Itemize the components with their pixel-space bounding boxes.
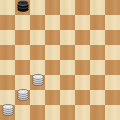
piece-black-man[interactable] xyxy=(17,0,29,12)
square-r5c4-dark[interactable] xyxy=(60,75,75,90)
square-r2c6-light[interactable] xyxy=(90,30,105,45)
square-r7c2-dark[interactable] xyxy=(30,105,45,120)
square-r6c2-light[interactable] xyxy=(30,90,45,105)
square-r5c3-light[interactable] xyxy=(45,75,60,90)
piece-white-man[interactable] xyxy=(17,88,29,101)
square-r6c4-light[interactable] xyxy=(60,90,75,105)
square-r1c5-light[interactable] xyxy=(75,15,90,30)
square-r3c3-light[interactable] xyxy=(45,45,60,60)
square-r3c1-light[interactable] xyxy=(15,45,30,60)
square-r2c3-dark[interactable] xyxy=(45,30,60,45)
square-r5c0-dark[interactable] xyxy=(0,75,15,90)
square-r3c2-dark[interactable] xyxy=(30,45,45,60)
square-r5c6-dark[interactable] xyxy=(90,75,105,90)
square-r2c1-dark[interactable] xyxy=(15,30,30,45)
square-r2c2-light[interactable] xyxy=(30,30,45,45)
square-r3c4-dark[interactable] xyxy=(60,45,75,60)
square-r4c5-dark[interactable] xyxy=(75,60,90,75)
square-r0c0-light[interactable] xyxy=(0,0,15,15)
square-r0c7-dark[interactable] xyxy=(105,0,120,15)
square-r4c7-dark[interactable] xyxy=(105,60,120,75)
square-r6c6-light[interactable] xyxy=(90,90,105,105)
square-r2c4-light[interactable] xyxy=(60,30,75,45)
square-r1c6-dark[interactable] xyxy=(90,15,105,30)
square-r4c3-dark[interactable] xyxy=(45,60,60,75)
square-r3c5-light[interactable] xyxy=(75,45,90,60)
square-r3c0-dark[interactable] xyxy=(0,45,15,60)
square-r0c3-dark[interactable] xyxy=(45,0,60,15)
square-r7c4-dark[interactable] xyxy=(60,105,75,120)
square-r7c5-light[interactable] xyxy=(75,105,90,120)
square-r1c7-light[interactable] xyxy=(105,15,120,30)
square-r3c6-dark[interactable] xyxy=(90,45,105,60)
square-r7c6-dark[interactable] xyxy=(90,105,105,120)
square-r7c7-light[interactable] xyxy=(105,105,120,120)
square-r0c4-light[interactable] xyxy=(60,0,75,15)
square-r5c7-light[interactable] xyxy=(105,75,120,90)
piece-white-man[interactable] xyxy=(2,103,14,116)
square-r0c6-light[interactable] xyxy=(90,0,105,15)
square-r1c3-light[interactable] xyxy=(45,15,60,30)
square-r1c2-dark[interactable] xyxy=(30,15,45,30)
square-r2c7-dark[interactable] xyxy=(105,30,120,45)
square-r4c0-light[interactable] xyxy=(0,60,15,75)
square-r1c0-dark[interactable] xyxy=(0,15,15,30)
square-r3c7-light[interactable] xyxy=(105,45,120,60)
square-r5c5-light[interactable] xyxy=(75,75,90,90)
square-r2c5-dark[interactable] xyxy=(75,30,90,45)
square-r6c5-dark[interactable] xyxy=(75,90,90,105)
square-r6c7-dark[interactable] xyxy=(105,90,120,105)
square-r7c1-light[interactable] xyxy=(15,105,30,120)
square-r4c6-light[interactable] xyxy=(90,60,105,75)
piece-white-man[interactable] xyxy=(32,73,44,86)
square-r0c2-light[interactable] xyxy=(30,0,45,15)
square-r4c1-dark[interactable] xyxy=(15,60,30,75)
square-r6c3-dark[interactable] xyxy=(45,90,60,105)
square-r1c1-light[interactable] xyxy=(15,15,30,30)
checkers-board xyxy=(0,0,120,120)
square-r0c5-dark[interactable] xyxy=(75,0,90,15)
square-r7c3-light[interactable] xyxy=(45,105,60,120)
square-r2c0-light[interactable] xyxy=(0,30,15,45)
square-r1c4-dark[interactable] xyxy=(60,15,75,30)
square-r4c4-light[interactable] xyxy=(60,60,75,75)
